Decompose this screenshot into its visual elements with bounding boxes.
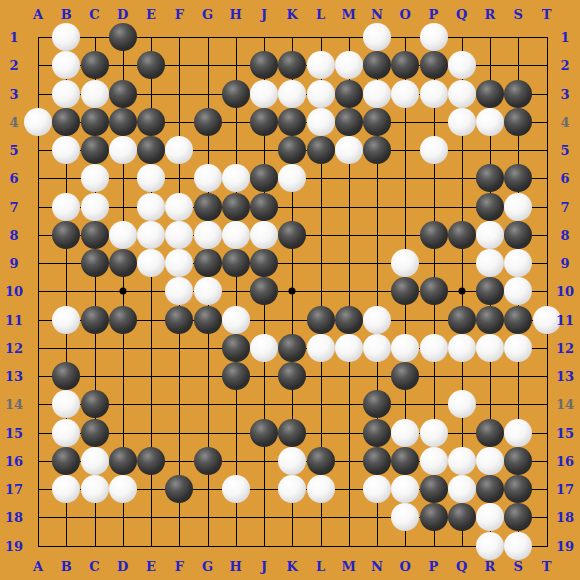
row-label-right: 6	[560, 172, 569, 185]
col-label-bottom: A	[33, 560, 43, 573]
white-stone[interactable]	[363, 334, 391, 362]
black-stone[interactable]	[81, 390, 109, 418]
white-stone[interactable]	[81, 475, 109, 503]
row-label-left: 10	[5, 285, 23, 298]
black-stone[interactable]	[109, 249, 137, 277]
black-stone[interactable]	[137, 108, 165, 136]
hoshi-point	[119, 288, 126, 295]
black-stone[interactable]	[81, 51, 109, 79]
black-stone[interactable]	[250, 193, 278, 221]
white-stone[interactable]	[391, 503, 419, 531]
row-label-right: 16	[556, 454, 574, 467]
row-label-right: 8	[560, 228, 569, 241]
row-label-left: 18	[5, 511, 23, 524]
white-stone[interactable]	[222, 164, 250, 192]
black-stone[interactable]	[420, 475, 448, 503]
col-label-bottom: S	[514, 560, 523, 573]
white-stone[interactable]	[420, 80, 448, 108]
row-label-right: 5	[560, 144, 569, 157]
black-stone[interactable]	[278, 419, 306, 447]
white-stone[interactable]	[52, 80, 80, 108]
black-stone[interactable]	[391, 277, 419, 305]
black-stone[interactable]	[278, 51, 306, 79]
black-stone[interactable]	[363, 51, 391, 79]
black-stone[interactable]	[504, 164, 532, 192]
black-stone[interactable]	[476, 475, 504, 503]
col-label-bottom: K	[287, 560, 298, 573]
row-label-left: 7	[9, 200, 18, 213]
col-label-bottom: J	[261, 560, 267, 573]
row-label-right: 18	[556, 511, 574, 524]
row-label-left: 19	[5, 539, 23, 552]
row-label-right: 15	[556, 426, 574, 439]
black-stone[interactable]	[476, 164, 504, 192]
white-stone[interactable]	[278, 475, 306, 503]
row-label-left: 8	[9, 228, 18, 241]
row-label-left: 1	[9, 31, 18, 44]
row-label-left: 15	[5, 426, 23, 439]
white-stone[interactable]	[448, 51, 476, 79]
col-label-top: Q	[456, 8, 467, 21]
row-label-right: 7	[560, 200, 569, 213]
black-stone[interactable]	[391, 51, 419, 79]
white-stone[interactable]	[504, 277, 532, 305]
black-stone[interactable]	[420, 221, 448, 249]
row-label-right: 13	[556, 370, 574, 383]
row-label-right: 12	[556, 341, 574, 354]
black-stone[interactable]	[165, 475, 193, 503]
col-label-top: C	[89, 8, 99, 21]
black-stone[interactable]	[335, 108, 363, 136]
black-stone[interactable]	[250, 164, 278, 192]
col-label-bottom: E	[146, 560, 156, 573]
black-stone[interactable]	[81, 221, 109, 249]
black-stone[interactable]	[278, 362, 306, 390]
col-label-top: A	[33, 8, 43, 21]
row-label-right: 17	[556, 483, 574, 496]
white-stone[interactable]	[52, 390, 80, 418]
white-stone[interactable]	[448, 475, 476, 503]
black-stone[interactable]	[250, 277, 278, 305]
col-label-top: T	[542, 8, 552, 21]
white-stone[interactable]	[420, 419, 448, 447]
go-board-screen: AABBCCDDEEFFGGHHJJKKLLMMNNOOPPQQRRSSTT11…	[0, 0, 580, 580]
black-stone[interactable]	[278, 334, 306, 362]
col-label-top: R	[485, 8, 496, 21]
white-stone[interactable]	[476, 503, 504, 531]
col-label-bottom: T	[542, 560, 552, 573]
black-stone[interactable]	[109, 306, 137, 334]
row-label-right: 2	[560, 59, 569, 72]
white-stone[interactable]	[278, 447, 306, 475]
col-label-bottom: C	[89, 560, 99, 573]
row-label-left: 17	[5, 483, 23, 496]
col-label-bottom: N	[371, 560, 383, 573]
row-label-right: 14	[556, 398, 574, 411]
col-label-bottom: O	[400, 560, 411, 573]
black-stone[interactable]	[307, 447, 335, 475]
white-stone[interactable]	[222, 475, 250, 503]
black-stone[interactable]	[250, 419, 278, 447]
white-stone[interactable]	[165, 221, 193, 249]
black-stone[interactable]	[52, 362, 80, 390]
black-stone[interactable]	[391, 362, 419, 390]
white-stone[interactable]	[420, 334, 448, 362]
white-stone[interactable]	[335, 334, 363, 362]
black-stone[interactable]	[222, 193, 250, 221]
white-stone[interactable]	[250, 334, 278, 362]
col-label-top: J	[261, 8, 267, 21]
white-stone[interactable]	[52, 193, 80, 221]
white-stone[interactable]	[335, 51, 363, 79]
row-label-left: 9	[9, 257, 18, 270]
black-stone[interactable]	[448, 503, 476, 531]
black-stone[interactable]	[476, 306, 504, 334]
white-stone[interactable]	[137, 249, 165, 277]
col-label-bottom: B	[61, 560, 72, 573]
black-stone[interactable]	[194, 108, 222, 136]
white-stone[interactable]	[81, 164, 109, 192]
grid-line-horizontal	[38, 546, 547, 547]
row-label-right: 3	[560, 87, 569, 100]
black-stone[interactable]	[476, 80, 504, 108]
white-stone[interactable]	[476, 447, 504, 475]
black-stone[interactable]	[307, 136, 335, 164]
black-stone[interactable]	[250, 249, 278, 277]
row-label-left: 3	[9, 87, 18, 100]
white-stone[interactable]	[52, 475, 80, 503]
black-stone[interactable]	[504, 475, 532, 503]
black-stone[interactable]	[81, 108, 109, 136]
col-label-top: K	[287, 8, 298, 21]
row-label-left: 5	[9, 144, 18, 157]
row-label-left: 12	[5, 341, 23, 354]
col-label-top: M	[342, 8, 356, 21]
black-stone[interactable]	[250, 51, 278, 79]
black-stone[interactable]	[420, 51, 448, 79]
black-stone[interactable]	[363, 419, 391, 447]
white-stone[interactable]	[476, 108, 504, 136]
black-stone[interactable]	[278, 108, 306, 136]
white-stone[interactable]	[391, 249, 419, 277]
white-stone[interactable]	[52, 419, 80, 447]
white-stone[interactable]	[165, 277, 193, 305]
white-stone[interactable]	[363, 23, 391, 51]
white-stone[interactable]	[52, 136, 80, 164]
black-stone[interactable]	[137, 136, 165, 164]
white-stone[interactable]	[194, 221, 222, 249]
row-label-right: 11	[556, 313, 574, 326]
col-label-top: P	[429, 8, 439, 21]
hoshi-point	[458, 288, 465, 295]
black-stone[interactable]	[81, 136, 109, 164]
black-stone[interactable]	[504, 221, 532, 249]
black-stone[interactable]	[504, 503, 532, 531]
black-stone[interactable]	[52, 108, 80, 136]
black-stone[interactable]	[335, 306, 363, 334]
black-stone[interactable]	[278, 136, 306, 164]
black-stone[interactable]	[222, 80, 250, 108]
white-stone[interactable]	[307, 334, 335, 362]
black-stone[interactable]	[363, 390, 391, 418]
go-board[interactable]	[0, 0, 580, 580]
col-label-bottom: L	[316, 560, 325, 573]
col-label-top: L	[316, 8, 325, 21]
white-stone[interactable]	[448, 334, 476, 362]
white-stone[interactable]	[448, 447, 476, 475]
white-stone[interactable]	[504, 532, 532, 560]
white-stone[interactable]	[476, 334, 504, 362]
black-stone[interactable]	[476, 419, 504, 447]
white-stone[interactable]	[363, 475, 391, 503]
col-label-top: G	[202, 8, 213, 21]
black-stone[interactable]	[278, 221, 306, 249]
white-stone[interactable]	[109, 221, 137, 249]
col-label-bottom: H	[230, 560, 242, 573]
white-stone[interactable]	[194, 277, 222, 305]
white-stone[interactable]	[137, 221, 165, 249]
white-stone[interactable]	[391, 419, 419, 447]
white-stone[interactable]	[363, 80, 391, 108]
grid-line-vertical	[547, 37, 548, 547]
col-label-top: N	[371, 8, 383, 21]
col-label-top: H	[230, 8, 242, 21]
col-label-bottom: F	[175, 560, 184, 573]
row-label-left: 14	[5, 398, 23, 411]
white-stone[interactable]	[24, 108, 52, 136]
row-label-left: 4	[9, 115, 18, 128]
white-stone[interactable]	[81, 447, 109, 475]
black-stone[interactable]	[250, 108, 278, 136]
black-stone[interactable]	[363, 108, 391, 136]
black-stone[interactable]	[109, 108, 137, 136]
black-stone[interactable]	[109, 23, 137, 51]
white-stone[interactable]	[52, 23, 80, 51]
row-label-right: 4	[560, 115, 569, 128]
white-stone[interactable]	[420, 447, 448, 475]
white-stone[interactable]	[476, 532, 504, 560]
col-label-bottom: M	[342, 560, 356, 573]
white-stone[interactable]	[363, 306, 391, 334]
col-label-top: B	[61, 8, 72, 21]
col-label-top: S	[514, 8, 523, 21]
white-stone[interactable]	[165, 249, 193, 277]
white-stone[interactable]	[250, 221, 278, 249]
black-stone[interactable]	[504, 80, 532, 108]
white-stone[interactable]	[194, 164, 222, 192]
white-stone[interactable]	[52, 306, 80, 334]
black-stone[interactable]	[137, 51, 165, 79]
black-stone[interactable]	[504, 108, 532, 136]
black-stone[interactable]	[504, 306, 532, 334]
row-label-right: 1	[560, 31, 569, 44]
white-stone[interactable]	[52, 51, 80, 79]
white-stone[interactable]	[165, 193, 193, 221]
black-stone[interactable]	[476, 193, 504, 221]
white-stone[interactable]	[476, 221, 504, 249]
black-stone[interactable]	[335, 80, 363, 108]
white-stone[interactable]	[504, 193, 532, 221]
row-label-left: 13	[5, 370, 23, 383]
black-stone[interactable]	[222, 249, 250, 277]
black-stone[interactable]	[194, 249, 222, 277]
black-stone[interactable]	[165, 306, 193, 334]
black-stone[interactable]	[222, 362, 250, 390]
white-stone[interactable]	[137, 164, 165, 192]
white-stone[interactable]	[391, 80, 419, 108]
hoshi-point	[289, 288, 296, 295]
black-stone[interactable]	[81, 249, 109, 277]
col-label-bottom: R	[485, 560, 496, 573]
row-label-left: 11	[5, 313, 23, 326]
white-stone[interactable]	[420, 136, 448, 164]
black-stone[interactable]	[109, 80, 137, 108]
col-label-bottom: D	[117, 560, 128, 573]
black-stone[interactable]	[307, 306, 335, 334]
col-label-bottom: Q	[456, 560, 467, 573]
black-stone[interactable]	[363, 447, 391, 475]
col-label-top: O	[400, 8, 411, 21]
white-stone[interactable]	[307, 108, 335, 136]
col-label-bottom: P	[429, 560, 439, 573]
white-stone[interactable]	[448, 108, 476, 136]
white-stone[interactable]	[278, 80, 306, 108]
black-stone[interactable]	[420, 277, 448, 305]
black-stone[interactable]	[194, 447, 222, 475]
white-stone[interactable]	[504, 334, 532, 362]
white-stone[interactable]	[504, 419, 532, 447]
white-stone[interactable]	[109, 136, 137, 164]
white-stone[interactable]	[81, 80, 109, 108]
white-stone[interactable]	[250, 80, 278, 108]
white-stone[interactable]	[81, 193, 109, 221]
white-stone[interactable]	[137, 193, 165, 221]
white-stone[interactable]	[476, 249, 504, 277]
white-stone[interactable]	[222, 306, 250, 334]
white-stone[interactable]	[222, 221, 250, 249]
white-stone[interactable]	[391, 475, 419, 503]
white-stone[interactable]	[504, 249, 532, 277]
black-stone[interactable]	[363, 136, 391, 164]
white-stone[interactable]	[420, 23, 448, 51]
col-label-bottom: G	[202, 560, 213, 573]
black-stone[interactable]	[81, 419, 109, 447]
white-stone[interactable]	[278, 164, 306, 192]
black-stone[interactable]	[81, 306, 109, 334]
white-stone[interactable]	[448, 390, 476, 418]
black-stone[interactable]	[52, 221, 80, 249]
white-stone[interactable]	[307, 80, 335, 108]
row-label-right: 9	[560, 257, 569, 270]
black-stone[interactable]	[137, 447, 165, 475]
white-stone[interactable]	[448, 80, 476, 108]
col-label-top: E	[146, 8, 156, 21]
white-stone[interactable]	[109, 475, 137, 503]
white-stone[interactable]	[391, 334, 419, 362]
black-stone[interactable]	[391, 447, 419, 475]
row-label-left: 6	[9, 172, 18, 185]
black-stone[interactable]	[194, 306, 222, 334]
black-stone[interactable]	[420, 503, 448, 531]
row-label-left: 16	[5, 454, 23, 467]
row-label-right: 10	[556, 285, 574, 298]
white-stone[interactable]	[307, 51, 335, 79]
white-stone[interactable]	[165, 136, 193, 164]
row-label-right: 19	[556, 539, 574, 552]
row-label-left: 2	[9, 59, 18, 72]
black-stone[interactable]	[448, 306, 476, 334]
black-stone[interactable]	[504, 447, 532, 475]
white-stone[interactable]	[307, 475, 335, 503]
col-label-top: D	[117, 8, 128, 21]
black-stone[interactable]	[476, 277, 504, 305]
black-stone[interactable]	[448, 221, 476, 249]
black-stone[interactable]	[222, 334, 250, 362]
black-stone[interactable]	[52, 447, 80, 475]
black-stone[interactable]	[109, 447, 137, 475]
col-label-top: F	[175, 8, 184, 21]
white-stone[interactable]	[335, 136, 363, 164]
black-stone[interactable]	[194, 193, 222, 221]
